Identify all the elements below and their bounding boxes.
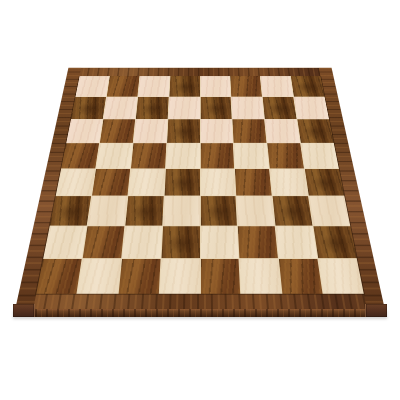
square-h4[interactable] bbox=[305, 169, 344, 196]
square-h7[interactable] bbox=[294, 97, 329, 119]
square-g7[interactable] bbox=[263, 97, 297, 119]
square-b7[interactable] bbox=[103, 97, 137, 119]
square-g8[interactable] bbox=[261, 76, 294, 96]
square-a1[interactable] bbox=[36, 259, 81, 294]
square-h2[interactable] bbox=[314, 226, 357, 258]
square-c7[interactable] bbox=[136, 97, 169, 119]
square-e3[interactable] bbox=[200, 196, 237, 225]
square-f5[interactable] bbox=[234, 143, 269, 168]
square-a2[interactable] bbox=[43, 226, 86, 258]
square-a4[interactable] bbox=[56, 169, 95, 196]
square-c8[interactable] bbox=[138, 76, 169, 96]
square-a7[interactable] bbox=[71, 97, 106, 119]
square-f2[interactable] bbox=[238, 226, 278, 258]
square-b1[interactable] bbox=[77, 259, 121, 294]
square-f7[interactable] bbox=[232, 97, 265, 119]
square-h8[interactable] bbox=[291, 76, 325, 96]
square-a5[interactable] bbox=[61, 143, 99, 168]
square-b6[interactable] bbox=[100, 119, 135, 142]
product-photo-scene bbox=[0, 0, 400, 400]
square-f1[interactable] bbox=[240, 259, 282, 294]
square-e4[interactable] bbox=[200, 169, 235, 196]
square-d1[interactable] bbox=[159, 259, 199, 294]
square-e1[interactable] bbox=[200, 259, 240, 294]
square-f6[interactable] bbox=[233, 119, 267, 142]
square-b4[interactable] bbox=[92, 169, 130, 196]
square-f8[interactable] bbox=[231, 76, 262, 96]
square-c5[interactable] bbox=[131, 143, 166, 168]
square-f4[interactable] bbox=[235, 169, 272, 196]
playing-area bbox=[36, 76, 364, 293]
chess-board bbox=[15, 68, 385, 310]
square-g4[interactable] bbox=[270, 169, 308, 196]
front-edge-left-corner-cap bbox=[13, 304, 35, 317]
square-c3[interactable] bbox=[125, 196, 163, 225]
square-d2[interactable] bbox=[161, 226, 199, 258]
square-g6[interactable] bbox=[265, 119, 300, 142]
square-a3[interactable] bbox=[50, 196, 91, 225]
square-d4[interactable] bbox=[164, 169, 199, 196]
square-b8[interactable] bbox=[107, 76, 140, 96]
board-front-edge bbox=[13, 309, 387, 317]
square-b3[interactable] bbox=[87, 196, 127, 225]
square-b2[interactable] bbox=[83, 226, 125, 258]
square-c6[interactable] bbox=[133, 119, 167, 142]
square-g1[interactable] bbox=[279, 259, 323, 294]
square-h6[interactable] bbox=[297, 119, 333, 142]
square-d6[interactable] bbox=[167, 119, 200, 142]
square-d3[interactable] bbox=[163, 196, 200, 225]
square-d7[interactable] bbox=[168, 97, 200, 119]
square-a8[interactable] bbox=[76, 76, 110, 96]
square-g2[interactable] bbox=[276, 226, 318, 258]
square-g5[interactable] bbox=[267, 143, 303, 168]
square-h5[interactable] bbox=[301, 143, 339, 168]
square-c2[interactable] bbox=[122, 226, 162, 258]
square-g3[interactable] bbox=[273, 196, 313, 225]
square-e8[interactable] bbox=[200, 76, 230, 96]
square-d5[interactable] bbox=[166, 143, 200, 168]
square-e7[interactable] bbox=[200, 97, 232, 119]
square-e2[interactable] bbox=[200, 226, 238, 258]
square-d8[interactable] bbox=[169, 76, 199, 96]
square-c4[interactable] bbox=[128, 169, 165, 196]
square-c1[interactable] bbox=[118, 259, 160, 294]
square-f3[interactable] bbox=[237, 196, 275, 225]
square-e6[interactable] bbox=[200, 119, 233, 142]
square-h3[interactable] bbox=[309, 196, 350, 225]
square-b5[interactable] bbox=[96, 143, 132, 168]
front-edge-right-corner-cap bbox=[365, 304, 387, 317]
square-e5[interactable] bbox=[200, 143, 234, 168]
square-h1[interactable] bbox=[318, 259, 363, 294]
square-a6[interactable] bbox=[66, 119, 102, 142]
